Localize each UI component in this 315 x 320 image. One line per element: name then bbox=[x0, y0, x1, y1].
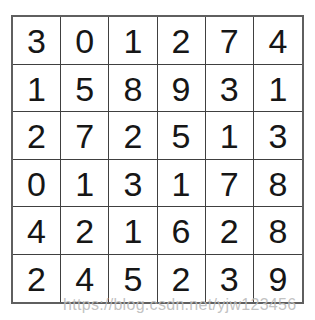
grid-cell: 8 bbox=[254, 207, 302, 255]
grid-cell: 4 bbox=[254, 17, 302, 65]
grid-cell: 9 bbox=[254, 255, 302, 303]
grid-cell: 7 bbox=[206, 160, 254, 208]
grid-cell: 3 bbox=[206, 65, 254, 113]
grid-cell: 2 bbox=[13, 112, 61, 160]
grid-cell: 9 bbox=[158, 65, 206, 113]
grid-cell: 3 bbox=[254, 112, 302, 160]
grid-cell: 1 bbox=[254, 65, 302, 113]
grid-cell: 2 bbox=[158, 17, 206, 65]
grid-cell: 3 bbox=[206, 255, 254, 303]
grid-cell: 4 bbox=[61, 255, 109, 303]
grid-cell: 2 bbox=[109, 112, 157, 160]
number-grid: 301274158931272513013178421628245239 bbox=[11, 15, 304, 304]
grid-cell: 3 bbox=[13, 17, 61, 65]
grid-cell: 2 bbox=[206, 207, 254, 255]
grid-cell: 1 bbox=[158, 160, 206, 208]
grid-cell: 4 bbox=[13, 207, 61, 255]
grid-cell: 1 bbox=[13, 65, 61, 113]
grid-cell: 2 bbox=[61, 207, 109, 255]
grid-cell: 1 bbox=[206, 112, 254, 160]
grid-cell: 5 bbox=[158, 112, 206, 160]
grid-cell: 5 bbox=[109, 255, 157, 303]
grid-cell: 3 bbox=[109, 160, 157, 208]
grid-cell: 7 bbox=[61, 112, 109, 160]
grid-cell: 0 bbox=[13, 160, 61, 208]
grid-cell: 7 bbox=[206, 17, 254, 65]
grid-cell: 5 bbox=[61, 65, 109, 113]
grid-cell: 6 bbox=[158, 207, 206, 255]
grid-cell: 8 bbox=[254, 160, 302, 208]
grid-cell: 1 bbox=[109, 17, 157, 65]
grid-cell: 1 bbox=[61, 160, 109, 208]
grid-cell: 1 bbox=[109, 207, 157, 255]
grid-cell: 2 bbox=[158, 255, 206, 303]
grid-cell: 8 bbox=[109, 65, 157, 113]
grid-cell: 0 bbox=[61, 17, 109, 65]
grid-cell: 2 bbox=[13, 255, 61, 303]
page: 301274158931272513013178421628245239 htt… bbox=[0, 0, 315, 320]
